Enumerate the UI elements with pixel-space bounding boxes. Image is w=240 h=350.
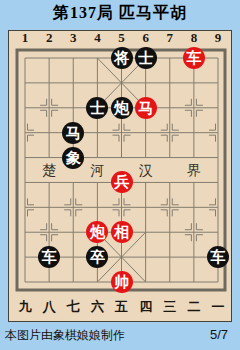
file-label-top-1: 1 [22, 31, 29, 45]
piece-red-帅[interactable]: 帅 [111, 271, 133, 293]
file-label-top-2: 2 [46, 31, 53, 45]
file-label-top-9: 9 [215, 31, 222, 45]
file-label-top-5: 5 [118, 31, 125, 45]
page-indicator: 5/7 [210, 327, 228, 342]
file-label-top-4: 4 [94, 31, 101, 45]
file-label-top-7: 7 [167, 31, 174, 45]
file-label-bottom-5: 五 [115, 300, 128, 314]
footer: 本图片由象棋娘娘制作 5/7 [0, 322, 240, 350]
xiangqi-board-panel: 楚河汉界 123456789 将士车士炮马马象兵炮相车卒车帅 九八七六五四三二一 [8, 30, 232, 322]
puzzle-title: 第137局 匹马平胡 [0, 2, 240, 24]
piece-black-士[interactable]: 士 [135, 47, 157, 69]
file-label-bottom-1: 九 [19, 300, 32, 314]
file-label-top-8: 8 [191, 31, 198, 45]
river-char: 河 [90, 163, 104, 178]
piece-black-象[interactable]: 象 [62, 147, 84, 169]
piece-black-车[interactable]: 车 [207, 246, 229, 268]
page: 第137局 匹马平胡 楚河汉界 123456789 将士车士炮马马象兵炮相车卒车… [0, 0, 240, 350]
piece-red-相[interactable]: 相 [111, 221, 133, 243]
file-label-bottom-3: 七 [67, 300, 80, 314]
river-char: 界 [187, 163, 201, 178]
file-label-bottom-9: 一 [212, 300, 225, 314]
file-label-bottom-2: 八 [43, 300, 56, 314]
piece-red-车[interactable]: 车 [183, 47, 205, 69]
piece-black-将[interactable]: 将 [111, 47, 133, 69]
file-label-bottom-8: 二 [187, 300, 200, 314]
file-label-bottom-6: 四 [139, 300, 152, 314]
river-char: 汉 [139, 163, 153, 178]
piece-red-兵[interactable]: 兵 [111, 171, 133, 193]
piece-black-士[interactable]: 士 [86, 97, 108, 119]
credit-text: 本图片由象棋娘娘制作 [5, 327, 125, 344]
river-char: 楚 [42, 163, 56, 178]
file-label-top-3: 3 [70, 31, 77, 45]
file-label-bottom-7: 三 [163, 300, 176, 314]
file-label-bottom-4: 六 [91, 300, 104, 314]
piece-black-炮[interactable]: 炮 [111, 97, 133, 119]
piece-red-马[interactable]: 马 [135, 97, 157, 119]
file-label-top-6: 6 [142, 31, 149, 45]
piece-black-马[interactable]: 马 [62, 122, 84, 144]
